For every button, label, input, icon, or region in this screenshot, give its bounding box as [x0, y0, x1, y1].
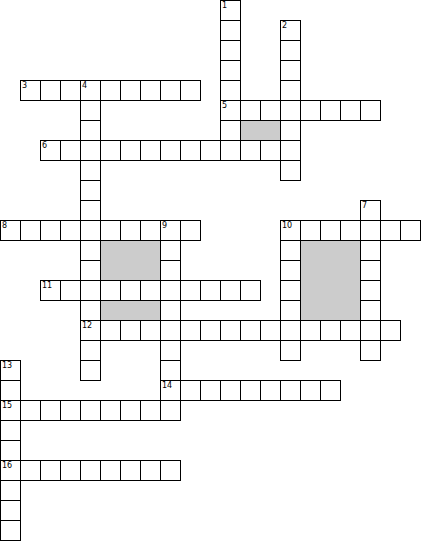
cell[interactable] — [280, 40, 301, 61]
cell[interactable] — [240, 320, 261, 341]
crossword-board: 12345678910111213141516 — [0, 0, 421, 541]
cell[interactable] — [280, 140, 301, 161]
cell[interactable] — [0, 420, 21, 441]
cell[interactable] — [220, 80, 241, 101]
cell[interactable] — [220, 60, 241, 81]
cell[interactable] — [280, 280, 301, 301]
cell[interactable] — [40, 220, 61, 241]
cell[interactable] — [40, 460, 61, 481]
cell[interactable] — [60, 280, 81, 301]
cell[interactable] — [360, 320, 381, 341]
cell[interactable] — [40, 80, 61, 101]
cell[interactable] — [80, 240, 101, 261]
cell[interactable] — [300, 380, 321, 401]
cell[interactable] — [20, 220, 41, 241]
cell[interactable] — [140, 280, 161, 301]
cell[interactable] — [80, 460, 101, 481]
cell[interactable] — [0, 480, 21, 501]
cell[interactable] — [300, 100, 321, 121]
cell[interactable] — [320, 220, 341, 241]
shaded-block — [100, 240, 161, 281]
cell[interactable] — [300, 320, 321, 341]
cell[interactable] — [360, 260, 381, 281]
cell[interactable] — [320, 100, 341, 121]
cell[interactable] — [140, 320, 161, 341]
cell[interactable] — [160, 140, 181, 161]
cell[interactable] — [0, 500, 21, 521]
cell[interactable] — [80, 180, 101, 201]
cell[interactable] — [20, 460, 41, 481]
cell[interactable] — [160, 280, 181, 301]
cell[interactable] — [180, 320, 201, 341]
cell[interactable] — [260, 320, 281, 341]
cell[interactable] — [280, 240, 301, 261]
cell[interactable] — [0, 220, 21, 241]
cell[interactable] — [280, 220, 301, 241]
cell[interactable] — [0, 440, 21, 461]
cell[interactable] — [160, 460, 181, 481]
cell[interactable] — [240, 140, 261, 161]
cell[interactable] — [260, 380, 281, 401]
cell[interactable] — [280, 320, 301, 341]
cell[interactable] — [360, 220, 381, 241]
cell[interactable] — [340, 220, 361, 241]
cell[interactable] — [200, 280, 221, 301]
cell[interactable] — [220, 20, 241, 41]
cell[interactable] — [220, 280, 241, 301]
cell[interactable] — [0, 520, 21, 541]
cell[interactable] — [40, 140, 61, 161]
cell[interactable] — [300, 220, 321, 241]
cell[interactable] — [100, 140, 121, 161]
cell[interactable] — [340, 320, 361, 341]
cell[interactable] — [320, 320, 341, 341]
cell[interactable] — [160, 300, 181, 321]
cell[interactable] — [100, 320, 121, 341]
cell[interactable] — [100, 400, 121, 421]
cell[interactable] — [360, 340, 381, 361]
cell[interactable] — [20, 400, 41, 421]
cell[interactable] — [0, 380, 21, 401]
cell[interactable] — [80, 80, 101, 101]
cell[interactable] — [160, 340, 181, 361]
cell[interactable] — [280, 340, 301, 361]
cell[interactable] — [380, 320, 401, 341]
cell[interactable] — [140, 220, 161, 241]
cell[interactable] — [280, 100, 301, 121]
cell[interactable] — [180, 140, 201, 161]
cell[interactable] — [280, 60, 301, 81]
cell[interactable] — [160, 260, 181, 281]
cell[interactable] — [60, 460, 81, 481]
cell[interactable] — [80, 300, 101, 321]
cell[interactable] — [220, 120, 241, 141]
cell[interactable] — [80, 140, 101, 161]
cell[interactable] — [340, 100, 361, 121]
cell[interactable] — [360, 100, 381, 121]
cell[interactable] — [120, 140, 141, 161]
cell[interactable] — [120, 400, 141, 421]
cell[interactable] — [360, 240, 381, 261]
shaded-block — [100, 300, 161, 321]
cell[interactable] — [80, 340, 101, 361]
cell[interactable] — [400, 220, 421, 241]
cell[interactable] — [0, 400, 21, 421]
cell[interactable] — [80, 400, 101, 421]
cell[interactable] — [80, 220, 101, 241]
cell[interactable] — [60, 400, 81, 421]
cell[interactable] — [200, 140, 221, 161]
cell[interactable] — [40, 280, 61, 301]
cell[interactable] — [140, 140, 161, 161]
cell[interactable] — [60, 80, 81, 101]
cell[interactable] — [180, 80, 201, 101]
cell[interactable] — [160, 220, 181, 241]
cell[interactable] — [200, 380, 221, 401]
cell[interactable] — [80, 100, 101, 121]
cell[interactable] — [0, 360, 21, 381]
cell[interactable] — [100, 80, 121, 101]
cell[interactable] — [80, 280, 101, 301]
cell[interactable] — [160, 360, 181, 381]
cell[interactable] — [60, 220, 81, 241]
cell[interactable] — [100, 220, 121, 241]
cell[interactable] — [160, 400, 181, 421]
cell[interactable] — [100, 460, 121, 481]
cell[interactable] — [240, 100, 261, 121]
cell[interactable] — [380, 220, 401, 241]
cell[interactable] — [220, 0, 241, 21]
shaded-block — [240, 120, 281, 141]
cell[interactable] — [220, 140, 241, 161]
cell[interactable] — [160, 380, 181, 401]
cell[interactable] — [0, 460, 21, 481]
cell[interactable] — [260, 140, 281, 161]
cell[interactable] — [280, 160, 301, 181]
cell[interactable] — [40, 400, 61, 421]
cell[interactable] — [280, 20, 301, 41]
cell[interactable] — [80, 260, 101, 281]
cell[interactable] — [60, 140, 81, 161]
cell[interactable] — [260, 100, 281, 121]
cell[interactable] — [20, 80, 41, 101]
cell[interactable] — [220, 380, 241, 401]
cell[interactable] — [280, 120, 301, 141]
cell[interactable] — [180, 220, 201, 241]
cell[interactable] — [160, 80, 181, 101]
cell[interactable] — [160, 320, 181, 341]
cell[interactable] — [280, 80, 301, 101]
cell[interactable] — [80, 200, 101, 221]
cell[interactable] — [180, 280, 201, 301]
cell[interactable] — [280, 300, 301, 321]
cell[interactable] — [140, 400, 161, 421]
shaded-block — [300, 240, 361, 321]
cell[interactable] — [100, 280, 121, 301]
cell[interactable] — [120, 220, 141, 241]
cell[interactable] — [220, 40, 241, 61]
cell[interactable] — [220, 100, 241, 121]
cell[interactable] — [180, 380, 201, 401]
cell[interactable] — [160, 240, 181, 261]
cell[interactable] — [120, 80, 141, 101]
cell[interactable] — [140, 460, 161, 481]
cell[interactable] — [120, 280, 141, 301]
cell[interactable] — [80, 360, 101, 381]
cell[interactable] — [120, 320, 141, 341]
cell[interactable] — [80, 120, 101, 141]
cell[interactable] — [120, 460, 141, 481]
cell[interactable] — [360, 200, 381, 221]
cell[interactable] — [220, 320, 241, 341]
cell[interactable] — [140, 80, 161, 101]
cell[interactable] — [320, 380, 341, 401]
cell[interactable] — [80, 160, 101, 181]
cell[interactable] — [360, 300, 381, 321]
cell[interactable] — [360, 280, 381, 301]
cell[interactable] — [240, 380, 261, 401]
cell[interactable] — [80, 320, 101, 341]
cell[interactable] — [280, 260, 301, 281]
cell[interactable] — [200, 320, 221, 341]
cell[interactable] — [240, 280, 261, 301]
cell[interactable] — [280, 380, 301, 401]
